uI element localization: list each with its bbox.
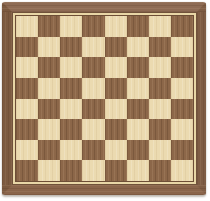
square-g7[interactable] (149, 37, 171, 58)
square-a7[interactable] (16, 37, 38, 58)
square-a2[interactable] (16, 140, 38, 161)
square-d1[interactable] (82, 160, 104, 181)
square-c6[interactable] (60, 57, 82, 78)
frame-grain-left (2, 12, 12, 185)
square-e2[interactable] (105, 140, 127, 161)
square-f6[interactable] (127, 57, 149, 78)
square-e4[interactable] (105, 99, 127, 120)
square-g2[interactable] (149, 140, 171, 161)
square-h6[interactable] (171, 57, 193, 78)
square-a8[interactable] (16, 16, 38, 37)
square-a6[interactable] (16, 57, 38, 78)
square-h3[interactable] (171, 119, 193, 140)
square-h1[interactable] (171, 160, 193, 181)
square-d4[interactable] (82, 99, 104, 120)
maple-inlay-line (13, 13, 196, 184)
square-e5[interactable] (105, 78, 127, 99)
square-b6[interactable] (38, 57, 60, 78)
square-d8[interactable] (82, 16, 104, 37)
square-a5[interactable] (16, 78, 38, 99)
square-d3[interactable] (82, 119, 104, 140)
field-seam (15, 15, 194, 182)
square-c2[interactable] (60, 140, 82, 161)
square-g1[interactable] (149, 160, 171, 181)
square-b5[interactable] (38, 78, 60, 99)
square-g3[interactable] (149, 119, 171, 140)
square-h8[interactable] (171, 16, 193, 37)
square-d6[interactable] (82, 57, 104, 78)
square-f4[interactable] (127, 99, 149, 120)
square-e1[interactable] (105, 160, 127, 181)
square-b1[interactable] (38, 160, 60, 181)
square-c8[interactable] (60, 16, 82, 37)
frame-grain-bottom (2, 185, 206, 195)
square-g8[interactable] (149, 16, 171, 37)
square-f5[interactable] (127, 78, 149, 99)
square-b4[interactable] (38, 99, 60, 120)
square-c4[interactable] (60, 99, 82, 120)
square-e6[interactable] (105, 57, 127, 78)
square-e8[interactable] (105, 16, 127, 37)
square-h2[interactable] (171, 140, 193, 161)
square-f7[interactable] (127, 37, 149, 58)
square-h4[interactable] (171, 99, 193, 120)
square-d5[interactable] (82, 78, 104, 99)
square-a1[interactable] (16, 160, 38, 181)
square-b2[interactable] (38, 140, 60, 161)
square-b8[interactable] (38, 16, 60, 37)
frame-grain-top (2, 2, 206, 12)
square-c5[interactable] (60, 78, 82, 99)
square-b3[interactable] (38, 119, 60, 140)
square-a4[interactable] (16, 99, 38, 120)
square-g5[interactable] (149, 78, 171, 99)
square-c3[interactable] (60, 119, 82, 140)
square-g4[interactable] (149, 99, 171, 120)
square-h7[interactable] (171, 37, 193, 58)
square-f8[interactable] (127, 16, 149, 37)
frame-inner-seam (12, 12, 197, 185)
square-g6[interactable] (149, 57, 171, 78)
square-d2[interactable] (82, 140, 104, 161)
square-c7[interactable] (60, 37, 82, 58)
square-f1[interactable] (127, 160, 149, 181)
square-e7[interactable] (105, 37, 127, 58)
frame-grain-right (197, 12, 206, 185)
square-e3[interactable] (105, 119, 127, 140)
chess-board (2, 2, 206, 195)
square-a3[interactable] (16, 119, 38, 140)
square-f2[interactable] (127, 140, 149, 161)
board-grid (16, 16, 193, 181)
square-f3[interactable] (127, 119, 149, 140)
square-b7[interactable] (38, 37, 60, 58)
square-h5[interactable] (171, 78, 193, 99)
square-c1[interactable] (60, 160, 82, 181)
square-d7[interactable] (82, 37, 104, 58)
